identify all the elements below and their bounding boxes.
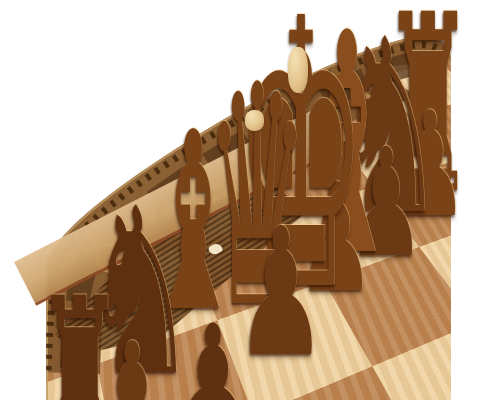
piece-pawn-c2[interactable]: ♟ xyxy=(89,321,175,400)
square-h7[interactable] xyxy=(478,79,500,138)
king-finial xyxy=(288,47,308,93)
chess-set-photo: ♜♟♞♟♝♟♚♝♛♟♞♟♜♟ xyxy=(0,0,500,400)
square-b8[interactable] xyxy=(0,159,68,244)
square-f4[interactable] xyxy=(476,283,500,400)
piece-pawn-d2[interactable]: ♟ xyxy=(169,304,257,400)
queen-finial xyxy=(245,110,264,131)
